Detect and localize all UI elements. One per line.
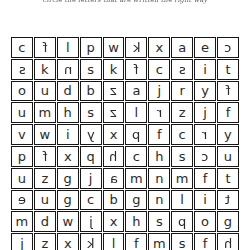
grid-cell[interactable]: m [34,102,56,123]
grid-cell[interactable]: i [194,190,216,211]
grid-cell[interactable]: t [217,190,239,211]
grid-cell[interactable]: g [57,190,79,211]
cell-letter: y [87,128,95,141]
cell-letter: j [20,237,24,250]
grid-cell[interactable]: j [194,102,216,123]
cell-letter: e [18,193,26,206]
cell-letter: c [201,150,208,163]
grid-cell[interactable]: z [171,102,193,123]
cell-letter: h [224,237,232,250]
grid-cell[interactable]: h [217,233,239,250]
grid-cell[interactable]: x [57,146,79,167]
grid-cell[interactable]: u [34,190,56,211]
grid-cell[interactable]: h [148,146,170,167]
grid-cell[interactable]: r [171,81,193,102]
grid-cell[interactable]: b [80,81,102,102]
cell-letter: j [203,106,207,119]
cell-letter: j [89,172,93,185]
grid-cell[interactable]: s [171,233,193,250]
grid-cell[interactable]: l [171,190,193,211]
grid-cell[interactable]: r [194,124,216,145]
cell-letter: f [203,172,208,185]
grid-cell[interactable]: f [217,102,239,123]
cell-letter: x [64,150,72,163]
grid-cell[interactable]: k [103,59,125,80]
cell-letter: h [64,106,72,119]
grid-cell[interactable]: b [103,190,125,211]
grid-cell[interactable]: w [34,124,56,145]
grid-cell[interactable]: f [34,37,56,58]
grid-cell[interactable]: y [194,81,216,102]
cell-letter: a [178,41,186,54]
grid-cell[interactable]: p [125,124,147,145]
grid-cell[interactable]: w [57,211,79,232]
cell-letter: p [132,128,140,141]
cell-letter: u [224,150,232,163]
grid-cell[interactable]: s [80,102,102,123]
grid-cell[interactable]: v [11,124,33,145]
grid-cell[interactable]: w [103,37,125,58]
grid-cell[interactable]: h [125,211,147,232]
grid-cell[interactable]: d [34,211,56,232]
grid-cell[interactable]: p [11,146,33,167]
grid-cell[interactable]: p [80,37,102,58]
grid-cell[interactable]: a [125,81,147,102]
grid-cell[interactable]: k [80,233,102,250]
grid-cell[interactable]: k [125,37,147,58]
grid-cell[interactable]: n [148,190,170,211]
cell-letter: n [155,172,163,185]
cell-letter: m [16,215,29,228]
cell-letter: q [86,150,94,163]
grid-cell[interactable]: p [171,211,193,232]
cell-letter: s [179,63,186,76]
grid-cell[interactable]: t [217,168,239,189]
cell-letter: y [201,84,209,97]
grid-cell[interactable]: h [57,102,79,123]
grid-cell[interactable]: k [34,59,56,80]
grid-cell[interactable]: u [11,168,33,189]
cell-letter: f [134,63,139,76]
grid-cell[interactable]: s [148,211,170,232]
grid-cell[interactable]: h [103,146,125,167]
grid-cell[interactable]: f [34,146,56,167]
cell-letter: j [157,84,161,97]
cell-letter: g [132,193,140,206]
grid-cell[interactable]: z [103,102,125,123]
cell-letter: c [18,41,25,54]
grid-cell[interactable]: j [80,211,102,232]
cell-letter: r [202,128,207,141]
cell-letter: l [135,106,139,119]
grid-cell[interactable]: g [57,168,79,189]
cell-letter: h [109,150,117,163]
cell-letter: f [43,41,48,54]
cell-letter: z [41,237,48,250]
cell-letter: c [87,193,94,206]
grid-cell[interactable]: s [171,146,193,167]
grid-cell[interactable]: u [34,81,56,102]
cell-letter: w [40,128,51,141]
grid-cell[interactable]: j [80,168,102,189]
grid-cell[interactable]: f [125,59,147,80]
cell-letter: f [43,150,48,163]
grid-cell[interactable]: y [217,124,239,145]
cell-letter: d [64,84,72,97]
grid-cell[interactable]: i [57,124,79,145]
cell-letter: k [87,237,95,250]
grid-cell[interactable]: a [103,168,125,189]
grid-cell[interactable]: n [148,168,170,189]
cell-letter: s [179,150,186,163]
cell-letter: f [203,237,208,250]
cell-letter: t [225,63,230,76]
grid-cell[interactable]: t [217,59,239,80]
cell-letter: c [156,63,163,76]
grid-cell[interactable]: c [194,146,216,167]
grid-cell[interactable]: g [217,211,239,232]
cell-letter: t [225,172,230,185]
cell-letter: u [18,172,26,185]
cell-letter: c [133,150,140,163]
cell-letter: m [39,106,52,119]
grid-cell[interactable]: m [125,168,147,189]
cell-letter: b [109,193,117,206]
grid-cell[interactable]: u [217,146,239,167]
cell-letter: x [110,215,118,228]
grid-cell[interactable]: x [57,233,79,250]
cell-letter: p [18,150,26,163]
cell-letter: m [176,172,189,185]
grid-cell[interactable]: f [125,233,147,250]
cell-letter: f [157,128,162,141]
grid-cell[interactable]: e [194,37,216,58]
cell-letter: c [224,41,231,54]
cell-letter: g [224,215,232,228]
cell-letter: g [64,193,72,206]
cell-letter: b [86,84,94,97]
grid-cell[interactable]: c [125,146,147,167]
grid-cell[interactable]: f [217,81,239,102]
grid-cell[interactable]: i [194,59,216,80]
grid-cell[interactable]: z [103,81,125,102]
cell-letter: f [226,106,231,119]
grid-cell[interactable]: f [148,124,170,145]
grid-cell[interactable]: s [11,59,33,80]
grid-cell[interactable]: o [194,211,216,232]
cell-letter: m [130,172,143,185]
grid-cell[interactable]: s [80,59,102,80]
cell-letter: z [110,84,117,97]
cell-letter: f [226,84,231,97]
cell-letter: i [203,63,207,76]
cell-letter: s [179,237,186,250]
grid-cell[interactable]: m [171,168,193,189]
cell-letter: k [41,63,49,76]
letter-grid: cflpwkxaecsknskfcsitoudbzajryfumhszlrzjf… [11,37,239,250]
grid-cell[interactable]: c [217,37,239,58]
grid-cell[interactable]: j [11,233,33,250]
cell-letter: u [41,193,49,206]
grid-cell[interactable]: f [194,168,216,189]
grid-cell[interactable]: q [80,146,102,167]
cell-letter: a [110,172,118,185]
grid-cell[interactable]: u [11,102,33,123]
grid-cell[interactable]: o [11,81,33,102]
cell-letter: u [41,84,49,97]
grid-cell[interactable]: r [148,102,170,123]
cell-letter: n [155,193,163,206]
grid-cell[interactable]: x [148,37,170,58]
grid-cell[interactable]: l [103,233,125,250]
cell-letter: h [132,215,140,228]
cell-letter: y [224,128,232,141]
grid-cell[interactable]: c [148,59,170,80]
cell-letter: u [18,106,26,119]
cell-letter: a [132,84,140,97]
cell-letter: l [66,41,70,54]
grid-cell[interactable]: a [171,37,193,58]
cell-letter: r [180,84,185,97]
cell-letter: f [134,237,139,250]
cell-letter: s [156,215,163,228]
grid-cell[interactable]: m [148,233,170,250]
grid-cell[interactable]: x [103,124,125,145]
cell-letter: s [19,63,26,76]
grid-cell[interactable]: d [57,81,79,102]
cell-letter: i [203,193,207,206]
cell-letter: z [110,106,117,119]
cell-letter: p [178,215,186,228]
cell-letter: w [108,41,119,54]
cell-letter: o [201,215,209,228]
grid-cell[interactable]: z [34,233,56,250]
cell-letter: z [179,106,186,119]
cell-letter: x [155,41,163,54]
grid-cell[interactable]: f [194,233,216,250]
cell-letter: r [157,106,162,119]
grid-cell[interactable]: z [34,168,56,189]
cell-letter: v [18,128,26,141]
cell-letter: i [66,128,70,141]
cell-letter: o [18,84,26,97]
cell-letter: k [110,63,118,76]
grid-cell[interactable]: x [103,211,125,232]
cell-letter: c [179,128,186,141]
cell-letter: x [110,128,118,141]
cell-letter: z [41,172,48,185]
grid-cell[interactable]: j [148,81,170,102]
grid-cell[interactable]: l [57,37,79,58]
cell-letter: n [64,63,72,76]
cell-letter: w [62,215,73,228]
grid-cell[interactable]: l [125,102,147,123]
cell-letter: h [155,150,163,163]
cell-letter: j [89,215,93,228]
cell-letter: d [41,215,49,228]
grid-cell[interactable]: n [57,59,79,80]
grid-cell[interactable]: c [171,124,193,145]
cell-letter: t [225,193,230,206]
cell-letter: m [153,237,166,250]
cell-letter: p [86,41,94,54]
cell-letter: x [64,237,72,250]
grid-cell[interactable]: g [125,190,147,211]
cell-letter: e [201,41,209,54]
worksheet-instruction: circle the letters that are written the … [0,0,250,4]
grid-cell[interactable]: c [11,37,33,58]
grid-cell[interactable]: m [11,211,33,232]
grid-cell[interactable]: y [80,124,102,145]
cell-letter: l [112,237,116,250]
cell-letter: s [87,106,94,119]
cell-letter: g [64,172,72,185]
grid-cell[interactable]: s [171,59,193,80]
cell-letter: k [133,41,141,54]
cell-letter: s [87,63,94,76]
grid-cell[interactable]: c [80,190,102,211]
cell-letter: l [180,193,184,206]
grid-cell[interactable]: e [11,190,33,211]
